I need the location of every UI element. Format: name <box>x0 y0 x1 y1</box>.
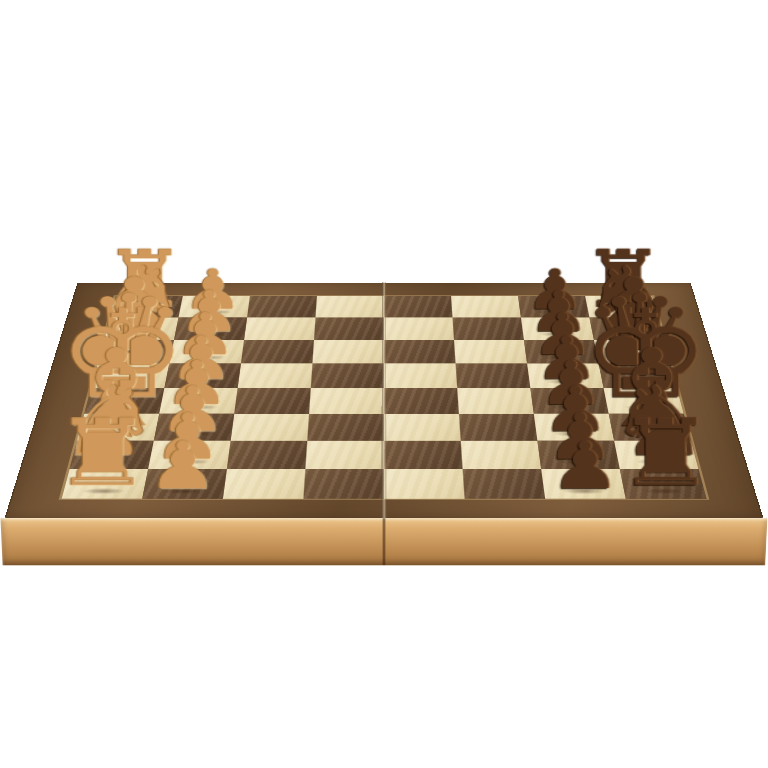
square-d5 <box>384 363 457 388</box>
square-a4 <box>316 296 384 318</box>
square-g6 <box>461 441 541 469</box>
box-front-seam <box>383 518 386 565</box>
square-e5 <box>384 388 459 414</box>
square-f4 <box>307 414 384 441</box>
square-e3 <box>234 388 311 414</box>
perspective-stage: ♜♟♟♜♞♟♟♞♝♟♟♝♛♟♟♛♚♟♟♚♝♟♟♝♞♟♟♞♜♟♟♜ <box>0 0 768 768</box>
square-h4 <box>303 469 384 499</box>
square-a3 <box>247 296 317 318</box>
square-g3 <box>227 441 307 469</box>
square-c3 <box>241 340 314 363</box>
square-f6 <box>459 414 538 441</box>
square-h8: ♜ <box>620 469 707 499</box>
piece-white-rook: ♜ <box>53 409 152 497</box>
square-h1: ♜ <box>62 469 149 499</box>
square-f3 <box>231 414 310 441</box>
square-b5 <box>384 317 454 339</box>
scene: ♜♟♟♜♞♟♟♞♝♟♟♝♛♟♟♛♚♟♟♚♝♟♟♝♞♟♟♞♜♟♟♜ <box>0 0 768 768</box>
square-d4 <box>311 363 384 388</box>
chess-board: ♜♟♟♜♞♟♟♞♝♟♟♝♛♟♟♛♚♟♟♚♝♟♟♝♞♟♟♞♜♟♟♜ <box>5 283 764 519</box>
piece-white-pawn: ♟ <box>148 435 218 497</box>
square-c4 <box>312 340 384 363</box>
piece-black-rook: ♜ <box>616 409 715 497</box>
square-c6 <box>454 340 527 363</box>
square-h5 <box>384 469 465 499</box>
square-h7: ♟ <box>541 469 626 499</box>
square-g4 <box>305 441 384 469</box>
square-h6 <box>463 469 546 499</box>
square-e4 <box>309 388 384 414</box>
square-g5 <box>384 441 463 469</box>
square-a6 <box>451 296 521 318</box>
square-c5 <box>384 340 456 363</box>
square-a5 <box>384 296 452 318</box>
square-d6 <box>456 363 531 388</box>
square-d3 <box>238 363 313 388</box>
board-fold-seam <box>381 282 386 518</box>
piece-black-pawn: ♟ <box>550 435 620 497</box>
square-h3 <box>223 469 306 499</box>
box-front-edge <box>0 518 767 565</box>
square-e6 <box>457 388 534 414</box>
square-h2: ♟ <box>142 469 227 499</box>
square-b4 <box>314 317 384 339</box>
square-f5 <box>384 414 461 441</box>
square-b6 <box>452 317 523 339</box>
square-b3 <box>244 317 315 339</box>
